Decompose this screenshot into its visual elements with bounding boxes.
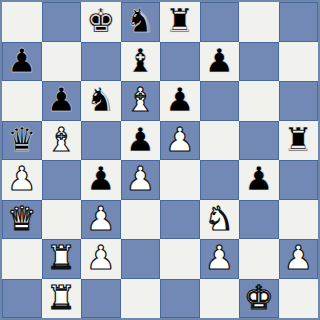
black-pawn-d5: ♟ xyxy=(125,123,155,156)
black-pawn-e6: ♟ xyxy=(165,83,195,116)
black-pawn-a7: ♟ xyxy=(7,44,37,77)
square-c1[interactable] xyxy=(81,279,121,319)
white-bishop-b5: ♝ xyxy=(46,123,76,156)
black-rook-e8: ♜ xyxy=(165,4,195,37)
white-knight-f3: ♞ xyxy=(204,202,234,235)
square-d5[interactable]: ♟ xyxy=(121,121,161,161)
black-knight-c6: ♞ xyxy=(86,83,116,116)
square-e3[interactable] xyxy=(160,200,200,240)
white-pawn-c3: ♟ xyxy=(86,202,116,235)
black-rook-h5: ♜ xyxy=(283,123,313,156)
square-g4[interactable]: ♟ xyxy=(239,160,279,200)
square-a1[interactable] xyxy=(2,279,42,319)
square-d8[interactable]: ♞ xyxy=(121,2,161,42)
square-f4[interactable] xyxy=(200,160,240,200)
chess-board-frame: ♚♞♜♟♝♟♟♞♝♟♛♝♟♟♜♟♟♟♟♛♟♞♜♟♟♟♜♚ xyxy=(0,0,320,320)
white-pawn-e5: ♟ xyxy=(165,123,195,156)
square-h7[interactable] xyxy=(279,42,319,82)
square-h4[interactable] xyxy=(279,160,319,200)
square-a2[interactable] xyxy=(2,239,42,279)
square-g8[interactable] xyxy=(239,2,279,42)
square-f6[interactable] xyxy=(200,81,240,121)
black-pawn-c4: ♟ xyxy=(86,162,116,195)
square-f7[interactable]: ♟ xyxy=(200,42,240,82)
square-f3[interactable]: ♞ xyxy=(200,200,240,240)
white-bishop-d6: ♝ xyxy=(125,83,155,116)
black-queen-a5: ♛ xyxy=(7,123,37,156)
square-b3[interactable] xyxy=(42,200,82,240)
square-h3[interactable] xyxy=(279,200,319,240)
chess-board: ♚♞♜♟♝♟♟♞♝♟♛♝♟♟♜♟♟♟♟♛♟♞♜♟♟♟♜♚ xyxy=(2,2,318,318)
white-pawn-f2: ♟ xyxy=(204,241,234,274)
square-b8[interactable] xyxy=(42,2,82,42)
square-a8[interactable] xyxy=(2,2,42,42)
square-b4[interactable] xyxy=(42,160,82,200)
white-rook-b1: ♜ xyxy=(46,281,76,314)
square-d4[interactable]: ♟ xyxy=(121,160,161,200)
square-g2[interactable] xyxy=(239,239,279,279)
square-b2[interactable]: ♜ xyxy=(42,239,82,279)
square-f8[interactable] xyxy=(200,2,240,42)
square-c7[interactable] xyxy=(81,42,121,82)
square-c6[interactable]: ♞ xyxy=(81,81,121,121)
square-b6[interactable]: ♟ xyxy=(42,81,82,121)
square-e5[interactable]: ♟ xyxy=(160,121,200,161)
square-e1[interactable] xyxy=(160,279,200,319)
square-h2[interactable]: ♟ xyxy=(279,239,319,279)
square-g1[interactable]: ♚ xyxy=(239,279,279,319)
square-h1[interactable] xyxy=(279,279,319,319)
square-a3[interactable]: ♛ xyxy=(2,200,42,240)
square-a6[interactable] xyxy=(2,81,42,121)
square-e4[interactable] xyxy=(160,160,200,200)
square-g5[interactable] xyxy=(239,121,279,161)
square-a7[interactable]: ♟ xyxy=(2,42,42,82)
black-pawn-b6: ♟ xyxy=(46,83,76,116)
square-b1[interactable]: ♜ xyxy=(42,279,82,319)
square-c8[interactable]: ♚ xyxy=(81,2,121,42)
square-f1[interactable] xyxy=(200,279,240,319)
square-e8[interactable]: ♜ xyxy=(160,2,200,42)
black-pawn-g4: ♟ xyxy=(244,162,274,195)
square-c5[interactable] xyxy=(81,121,121,161)
square-a4[interactable]: ♟ xyxy=(2,160,42,200)
white-king-g1: ♚ xyxy=(244,281,274,314)
square-d6[interactable]: ♝ xyxy=(121,81,161,121)
square-f2[interactable]: ♟ xyxy=(200,239,240,279)
square-g7[interactable] xyxy=(239,42,279,82)
black-king-c8: ♚ xyxy=(86,4,116,37)
square-e7[interactable] xyxy=(160,42,200,82)
square-b5[interactable]: ♝ xyxy=(42,121,82,161)
white-pawn-d4: ♟ xyxy=(125,162,155,195)
square-h6[interactable] xyxy=(279,81,319,121)
white-pawn-c2: ♟ xyxy=(86,241,116,274)
square-e6[interactable]: ♟ xyxy=(160,81,200,121)
white-rook-b2: ♜ xyxy=(46,241,76,274)
square-c3[interactable]: ♟ xyxy=(81,200,121,240)
white-queen-a3: ♛ xyxy=(7,202,37,235)
black-pawn-f7: ♟ xyxy=(204,44,234,77)
square-g6[interactable] xyxy=(239,81,279,121)
square-d7[interactable]: ♝ xyxy=(121,42,161,82)
square-c2[interactable]: ♟ xyxy=(81,239,121,279)
square-c4[interactable]: ♟ xyxy=(81,160,121,200)
square-a5[interactable]: ♛ xyxy=(2,121,42,161)
square-b7[interactable] xyxy=(42,42,82,82)
square-h5[interactable]: ♜ xyxy=(279,121,319,161)
square-f5[interactable] xyxy=(200,121,240,161)
white-pawn-a4: ♟ xyxy=(7,162,37,195)
square-e2[interactable] xyxy=(160,239,200,279)
white-pawn-h2: ♟ xyxy=(283,241,313,274)
square-d3[interactable] xyxy=(121,200,161,240)
square-g3[interactable] xyxy=(239,200,279,240)
square-d1[interactable] xyxy=(121,279,161,319)
black-knight-d8: ♞ xyxy=(125,4,155,37)
square-h8[interactable] xyxy=(279,2,319,42)
black-bishop-d7: ♝ xyxy=(125,44,155,77)
square-d2[interactable] xyxy=(121,239,161,279)
